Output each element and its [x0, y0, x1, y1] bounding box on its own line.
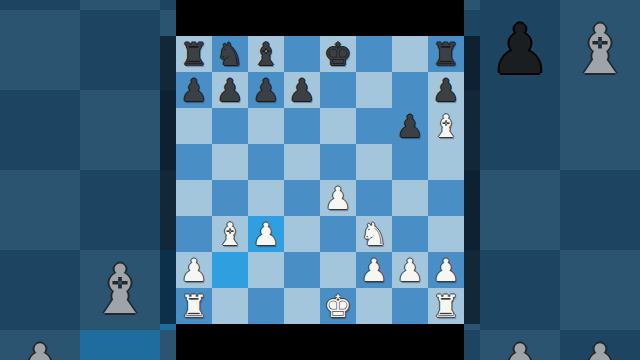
square-g1[interactable]: [392, 288, 428, 324]
square-h7[interactable]: ♟: [428, 72, 464, 108]
white-bishop-b3[interactable]: ♝: [216, 216, 244, 252]
square-d1[interactable]: [284, 288, 320, 324]
black-pawn-c7[interactable]: ♟: [252, 72, 280, 108]
white-pawn-h2[interactable]: ♟: [432, 252, 460, 288]
black-pawn-g6: ♟: [490, 10, 551, 90]
white-pawn-c3[interactable]: ♟: [252, 216, 280, 252]
square-g4[interactable]: [392, 180, 428, 216]
black-rook-h8[interactable]: ♜: [432, 36, 460, 72]
square-a5: [0, 90, 80, 170]
square-c8[interactable]: ♝: [248, 36, 284, 72]
square-f4[interactable]: [356, 180, 392, 216]
white-rook-a1[interactable]: ♜: [180, 288, 208, 324]
square-f3[interactable]: ♞: [356, 216, 392, 252]
black-king-e8[interactable]: ♚: [324, 36, 352, 72]
white-pawn-g2[interactable]: ♟: [396, 252, 424, 288]
white-king-e1[interactable]: ♚: [324, 288, 352, 324]
white-pawn-g2: ♟: [490, 330, 551, 360]
square-b3[interactable]: ♝: [212, 216, 248, 252]
square-a7[interactable]: ♟: [176, 72, 212, 108]
white-rook-h1[interactable]: ♜: [432, 288, 460, 324]
square-e2[interactable]: [320, 252, 356, 288]
square-a3[interactable]: [176, 216, 212, 252]
square-e1[interactable]: ♚: [320, 288, 356, 324]
white-pawn-h2: ♟: [570, 330, 631, 360]
black-pawn-g6[interactable]: ♟: [396, 108, 424, 144]
white-pawn-a2[interactable]: ♟: [180, 252, 208, 288]
square-h2[interactable]: ♟: [428, 252, 464, 288]
square-h5[interactable]: [428, 144, 464, 180]
square-f6[interactable]: [356, 108, 392, 144]
square-b5: [80, 90, 160, 170]
square-g5: [480, 90, 560, 170]
square-h6: ♝: [560, 10, 640, 90]
square-e6[interactable]: [320, 108, 356, 144]
square-a4: [0, 170, 80, 250]
black-rook-a8[interactable]: ♜: [180, 36, 208, 72]
square-a8[interactable]: ♜: [176, 36, 212, 72]
video-frame: ♟♟♟♟♟♟♝♟♝♟♞♟♟♟♟ ♜♞♝♚♜♟♟♟♟♟♟♝♟♝♟♞♟♟♟♟♜♚♜: [0, 0, 640, 360]
square-a7: ♟: [0, 0, 80, 10]
square-c1[interactable]: [248, 288, 284, 324]
square-d8[interactable]: [284, 36, 320, 72]
square-b3: ♝: [80, 250, 160, 330]
square-a4[interactable]: [176, 180, 212, 216]
chess-board[interactable]: ♜♞♝♚♜♟♟♟♟♟♟♝♟♝♟♞♟♟♟♟♜♚♜: [176, 36, 464, 324]
square-b7[interactable]: ♟: [212, 72, 248, 108]
square-a2[interactable]: ♟: [176, 252, 212, 288]
square-g4: [480, 170, 560, 250]
square-f8[interactable]: [356, 36, 392, 72]
square-e3[interactable]: [320, 216, 356, 252]
square-b7: ♟: [80, 0, 160, 10]
black-pawn-h7: ♟: [570, 0, 631, 10]
square-d6[interactable]: [284, 108, 320, 144]
square-b1[interactable]: [212, 288, 248, 324]
black-pawn-a7[interactable]: ♟: [180, 72, 208, 108]
square-h5: [560, 90, 640, 170]
square-f1[interactable]: [356, 288, 392, 324]
square-h2: ♟: [560, 330, 640, 360]
square-e7[interactable]: [320, 72, 356, 108]
square-g3[interactable]: [392, 216, 428, 252]
white-bishop-h6: ♝: [570, 10, 631, 90]
square-g6: ♟: [480, 10, 560, 90]
square-b6: [80, 10, 160, 90]
square-d4[interactable]: [284, 180, 320, 216]
square-a3: [0, 250, 80, 330]
white-bishop-h6[interactable]: ♝: [432, 108, 460, 144]
square-h7: ♟: [560, 0, 640, 10]
white-bishop-b3: ♝: [90, 250, 151, 330]
square-b4: [80, 170, 160, 250]
square-h1[interactable]: ♜: [428, 288, 464, 324]
square-e4[interactable]: ♟: [320, 180, 356, 216]
square-a5[interactable]: [176, 144, 212, 180]
square-a1[interactable]: ♜: [176, 288, 212, 324]
square-a6: [0, 10, 80, 90]
square-e8[interactable]: ♚: [320, 36, 356, 72]
square-h4[interactable]: [428, 180, 464, 216]
square-d5[interactable]: [284, 144, 320, 180]
square-b2: [80, 330, 160, 360]
square-g8[interactable]: [392, 36, 428, 72]
square-c3[interactable]: ♟: [248, 216, 284, 252]
square-c4[interactable]: [248, 180, 284, 216]
square-b5[interactable]: [212, 144, 248, 180]
square-f7[interactable]: [356, 72, 392, 108]
square-b8[interactable]: ♞: [212, 36, 248, 72]
square-g5[interactable]: [392, 144, 428, 180]
square-b2[interactable]: [212, 252, 248, 288]
black-bishop-c8[interactable]: ♝: [252, 36, 280, 72]
square-d3[interactable]: [284, 216, 320, 252]
square-f2[interactable]: ♟: [356, 252, 392, 288]
black-pawn-b7: ♟: [90, 0, 151, 10]
square-c5[interactable]: [248, 144, 284, 180]
square-f5[interactable]: [356, 144, 392, 180]
square-g2: ♟: [480, 330, 560, 360]
square-h4: [560, 170, 640, 250]
square-c6[interactable]: [248, 108, 284, 144]
square-g7: [480, 0, 560, 10]
black-pawn-h7[interactable]: ♟: [432, 72, 460, 108]
square-c2[interactable]: [248, 252, 284, 288]
white-pawn-a2: ♟: [10, 330, 71, 360]
square-g2[interactable]: ♟: [392, 252, 428, 288]
square-b6[interactable]: [212, 108, 248, 144]
square-h8[interactable]: ♜: [428, 36, 464, 72]
black-pawn-d7[interactable]: ♟: [288, 72, 316, 108]
square-d7[interactable]: ♟: [284, 72, 320, 108]
white-pawn-e4[interactable]: ♟: [324, 180, 352, 216]
black-knight-b8[interactable]: ♞: [216, 36, 244, 72]
square-h3[interactable]: [428, 216, 464, 252]
white-pawn-f2[interactable]: ♟: [360, 252, 388, 288]
black-pawn-a7: ♟: [10, 0, 71, 10]
square-c7[interactable]: ♟: [248, 72, 284, 108]
square-g6[interactable]: ♟: [392, 108, 428, 144]
white-knight-f3[interactable]: ♞: [360, 216, 388, 252]
square-b4[interactable]: [212, 180, 248, 216]
square-g7[interactable]: [392, 72, 428, 108]
square-g3: [480, 250, 560, 330]
square-e5[interactable]: [320, 144, 356, 180]
square-h6[interactable]: ♝: [428, 108, 464, 144]
board-shadow-right: [464, 36, 480, 324]
board-shadow-left: [160, 36, 176, 324]
square-a2: ♟: [0, 330, 80, 360]
square-h3: [560, 250, 640, 330]
square-a6[interactable]: [176, 108, 212, 144]
square-d2[interactable]: [284, 252, 320, 288]
black-pawn-b7[interactable]: ♟: [216, 72, 244, 108]
